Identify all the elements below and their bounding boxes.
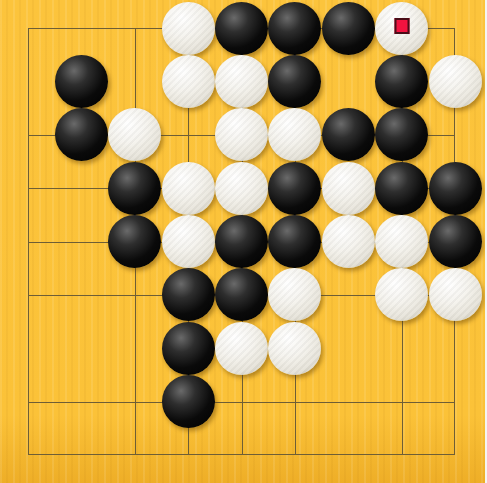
- last-move-marker: [394, 18, 409, 34]
- black-stone: [162, 268, 215, 321]
- black-stone: [429, 215, 482, 268]
- white-stone: [268, 322, 321, 375]
- black-stone: [429, 162, 482, 215]
- black-stone: [162, 322, 215, 375]
- white-stone: [215, 162, 268, 215]
- white-stone: [215, 108, 268, 161]
- black-stone: [162, 375, 215, 428]
- white-stone: [162, 55, 215, 108]
- black-stone: [215, 268, 268, 321]
- black-stone: [268, 162, 321, 215]
- black-stone: [108, 162, 161, 215]
- white-stone: [322, 162, 375, 215]
- black-stone: [55, 55, 108, 108]
- go-board[interactable]: [0, 0, 487, 483]
- black-stone: [322, 2, 375, 55]
- black-stone: [215, 215, 268, 268]
- black-stone: [375, 55, 428, 108]
- black-stone: [215, 2, 268, 55]
- white-stone: [322, 215, 375, 268]
- white-stone: [375, 215, 428, 268]
- white-stone: [375, 2, 428, 55]
- white-stone: [429, 268, 482, 321]
- black-stone: [55, 108, 108, 161]
- black-stone: [375, 162, 428, 215]
- white-stone: [162, 162, 215, 215]
- white-stone: [162, 215, 215, 268]
- black-stone: [375, 108, 428, 161]
- black-stone: [108, 215, 161, 268]
- black-stone: [322, 108, 375, 161]
- white-stone: [215, 55, 268, 108]
- black-stone: [268, 55, 321, 108]
- black-stone: [268, 2, 321, 55]
- white-stone: [215, 322, 268, 375]
- white-stone: [162, 2, 215, 55]
- black-stone: [268, 215, 321, 268]
- white-stone: [429, 55, 482, 108]
